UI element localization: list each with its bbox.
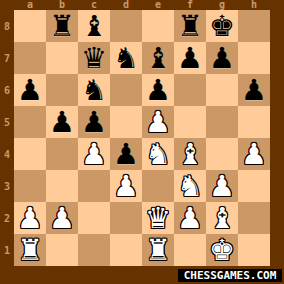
square-e4[interactable]: ♞ <box>142 138 174 170</box>
square-a5[interactable] <box>14 106 46 138</box>
square-f8[interactable]: ♜ <box>174 10 206 42</box>
black-pawn-icon: ♟ <box>49 106 75 138</box>
square-b5[interactable]: ♟ <box>46 106 78 138</box>
square-c7[interactable]: ♛ <box>78 42 110 74</box>
white-pawn-icon: ♟ <box>241 138 267 170</box>
square-h7[interactable] <box>238 42 270 74</box>
black-pawn-icon: ♟ <box>17 74 43 106</box>
black-rook-icon: ♜ <box>49 10 75 42</box>
black-pawn-icon: ♟ <box>241 74 267 106</box>
rank-label-7: 7 <box>0 42 14 74</box>
square-h6[interactable]: ♟ <box>238 74 270 106</box>
black-pawn-icon: ♟ <box>81 106 107 138</box>
square-a4[interactable] <box>14 138 46 170</box>
square-c2[interactable] <box>78 202 110 234</box>
rank-label-4: 4 <box>0 138 14 170</box>
black-pawn-icon: ♟ <box>145 74 171 106</box>
white-pawn-icon: ♟ <box>209 170 235 202</box>
square-b3[interactable] <box>46 170 78 202</box>
square-e8[interactable] <box>142 10 174 42</box>
site-watermark: CHESSGAMES.COM <box>178 269 282 282</box>
square-d8[interactable] <box>110 10 142 42</box>
square-g1[interactable]: ♚ <box>206 234 238 266</box>
chess-diagram: abcdefgh 87654321 ♜♝♜♚♛♞♝♟♟♟♞♟♟♟♟♟♟♟♞♝♟♟… <box>0 0 284 284</box>
square-b2[interactable]: ♟ <box>46 202 78 234</box>
square-g2[interactable]: ♝ <box>206 202 238 234</box>
rank-label-3: 3 <box>0 170 14 202</box>
black-pawn-icon: ♟ <box>177 42 203 74</box>
white-knight-icon: ♞ <box>177 170 203 202</box>
square-b4[interactable] <box>46 138 78 170</box>
white-pawn-icon: ♟ <box>81 138 107 170</box>
square-e5[interactable]: ♟ <box>142 106 174 138</box>
rank-label-8: 8 <box>0 10 14 42</box>
square-f2[interactable]: ♟ <box>174 202 206 234</box>
rank-label-5: 5 <box>0 106 14 138</box>
square-g3[interactable]: ♟ <box>206 170 238 202</box>
white-knight-icon: ♞ <box>145 138 171 170</box>
black-knight-icon: ♞ <box>113 42 139 74</box>
white-king-icon: ♚ <box>209 234 235 266</box>
square-a7[interactable] <box>14 42 46 74</box>
square-h1[interactable] <box>238 234 270 266</box>
square-b8[interactable]: ♜ <box>46 10 78 42</box>
white-rook-icon: ♜ <box>145 234 171 266</box>
square-h5[interactable] <box>238 106 270 138</box>
square-f7[interactable]: ♟ <box>174 42 206 74</box>
square-c4[interactable]: ♟ <box>78 138 110 170</box>
white-pawn-icon: ♟ <box>49 202 75 234</box>
rank-label-2: 2 <box>0 202 14 234</box>
white-queen-icon: ♛ <box>145 202 171 234</box>
square-c5[interactable]: ♟ <box>78 106 110 138</box>
white-bishop-icon: ♝ <box>177 138 203 170</box>
square-h4[interactable]: ♟ <box>238 138 270 170</box>
square-e3[interactable] <box>142 170 174 202</box>
white-bishop-icon: ♝ <box>209 202 235 234</box>
file-label-d: d <box>110 0 142 10</box>
square-a6[interactable]: ♟ <box>14 74 46 106</box>
file-label-h: h <box>238 0 270 10</box>
square-g6[interactable] <box>206 74 238 106</box>
white-pawn-icon: ♟ <box>177 202 203 234</box>
square-c6[interactable]: ♞ <box>78 74 110 106</box>
square-c3[interactable] <box>78 170 110 202</box>
square-d5[interactable] <box>110 106 142 138</box>
square-e1[interactable]: ♜ <box>142 234 174 266</box>
black-queen-icon: ♛ <box>81 42 107 74</box>
square-b6[interactable] <box>46 74 78 106</box>
chess-board: ♜♝♜♚♛♞♝♟♟♟♞♟♟♟♟♟♟♟♞♝♟♟♞♟♟♟♛♟♝♜♜♚ <box>14 10 270 266</box>
square-f6[interactable] <box>174 74 206 106</box>
square-d4[interactable]: ♟ <box>110 138 142 170</box>
square-b1[interactable] <box>46 234 78 266</box>
square-b7[interactable] <box>46 42 78 74</box>
square-f1[interactable] <box>174 234 206 266</box>
square-a1[interactable]: ♜ <box>14 234 46 266</box>
white-pawn-icon: ♟ <box>113 170 139 202</box>
square-f3[interactable]: ♞ <box>174 170 206 202</box>
black-rook-icon: ♜ <box>177 10 203 42</box>
black-bishop-icon: ♝ <box>145 42 171 74</box>
square-a3[interactable] <box>14 170 46 202</box>
black-pawn-icon: ♟ <box>209 42 235 74</box>
square-g4[interactable] <box>206 138 238 170</box>
rank-label-6: 6 <box>0 74 14 106</box>
file-label-e: e <box>142 0 174 10</box>
white-rook-icon: ♜ <box>17 234 43 266</box>
white-pawn-icon: ♟ <box>145 106 171 138</box>
square-f5[interactable] <box>174 106 206 138</box>
square-a8[interactable] <box>14 10 46 42</box>
square-h3[interactable] <box>238 170 270 202</box>
square-g7[interactable]: ♟ <box>206 42 238 74</box>
white-pawn-icon: ♟ <box>17 202 43 234</box>
square-d1[interactable] <box>110 234 142 266</box>
rank-labels: 87654321 <box>0 10 14 266</box>
square-d3[interactable]: ♟ <box>110 170 142 202</box>
square-f4[interactable]: ♝ <box>174 138 206 170</box>
black-pawn-icon: ♟ <box>113 138 139 170</box>
square-d7[interactable]: ♞ <box>110 42 142 74</box>
rank-label-1: 1 <box>0 234 14 266</box>
square-e7[interactable]: ♝ <box>142 42 174 74</box>
square-c8[interactable]: ♝ <box>78 10 110 42</box>
square-d6[interactable] <box>110 74 142 106</box>
black-knight-icon: ♞ <box>81 74 107 106</box>
square-h8[interactable] <box>238 10 270 42</box>
black-bishop-icon: ♝ <box>81 10 107 42</box>
square-e6[interactable]: ♟ <box>142 74 174 106</box>
square-c1[interactable] <box>78 234 110 266</box>
square-e2[interactable]: ♛ <box>142 202 174 234</box>
square-g8[interactable]: ♚ <box>206 10 238 42</box>
square-h2[interactable] <box>238 202 270 234</box>
file-label-a: a <box>14 0 46 10</box>
square-d2[interactable] <box>110 202 142 234</box>
square-a2[interactable]: ♟ <box>14 202 46 234</box>
black-king-icon: ♚ <box>209 10 235 42</box>
square-g5[interactable] <box>206 106 238 138</box>
